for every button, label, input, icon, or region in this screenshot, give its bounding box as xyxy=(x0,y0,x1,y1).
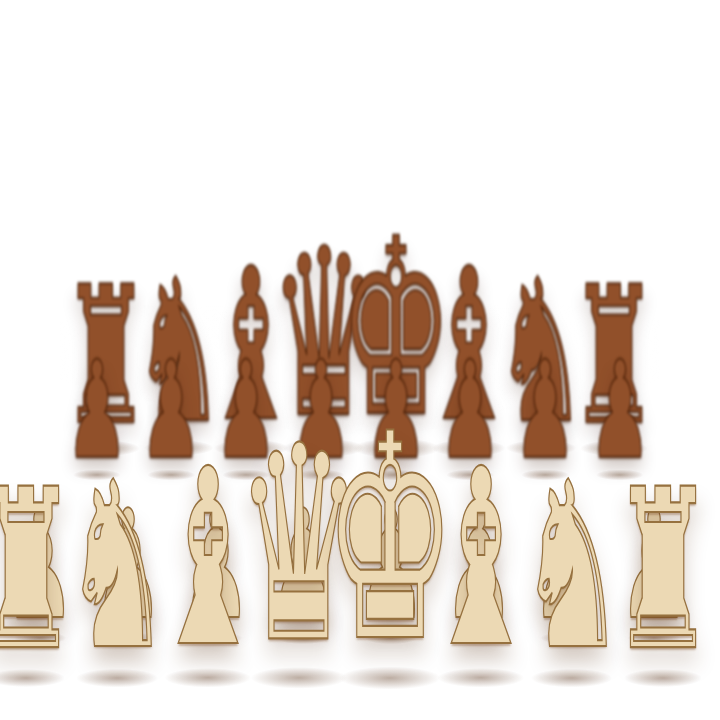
piece-white-n-g1: ♞ xyxy=(518,451,625,681)
photo-canvas: ♜♞♝♛♚♝♞♜♟♟♟♟♟♟♟♟♟♟♟♟♟♟♟♟♜♞♝♛♚♝♞♜ xyxy=(0,0,720,720)
piece-white-r-h1: ♜ xyxy=(611,459,714,681)
pieces-layer: ♜♞♝♛♚♝♞♜♟♟♟♟♟♟♟♟♟♟♟♟♟♟♟♟♜♞♝♛♚♝♞♜ xyxy=(0,0,720,720)
chess-board: ♜♞♝♛♚♝♞♜♟♟♟♟♟♟♟♟♟♟♟♟♟♟♟♟♜♞♝♛♚♝♞♜ xyxy=(0,0,720,720)
